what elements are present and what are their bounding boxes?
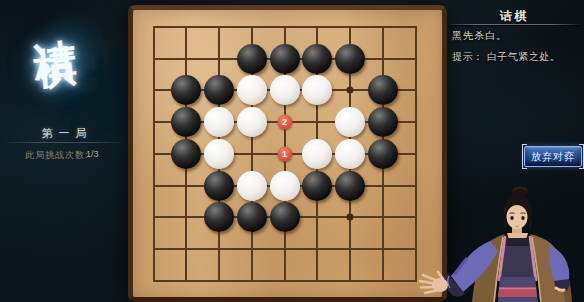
star-point: [347, 214, 354, 221]
stone-black: [171, 107, 201, 137]
left-panel: 诘棋 诘棋 第一局 此局挑战次数: 1/3: [0, 0, 128, 302]
stone-black: [368, 107, 398, 137]
stone-white: [270, 171, 300, 201]
board-intersections[interactable]: 12: [154, 27, 416, 281]
stone-white: [237, 75, 267, 105]
star-point: [347, 87, 354, 94]
stone-black: [368, 75, 398, 105]
give-up-button[interactable]: 放弃对弈: [524, 146, 582, 167]
task-text: 黑先杀白。: [452, 29, 507, 43]
go-board[interactable]: 12: [128, 5, 447, 302]
stone-white: [204, 139, 234, 169]
stone-black: [237, 202, 267, 232]
stone-white: [204, 107, 234, 137]
stone-black: [171, 139, 201, 169]
attempts-value: 1/3: [86, 149, 99, 159]
stone-black: [335, 44, 365, 74]
stone-white: [302, 75, 332, 105]
stone-black: [302, 44, 332, 74]
stone-black: [302, 171, 332, 201]
hint-text: 提示： 白子气紧之处。: [452, 50, 560, 64]
stone-black: [335, 171, 365, 201]
stone-black: [270, 44, 300, 74]
grid-line-horizontal: [153, 280, 417, 282]
stone-black: [171, 75, 201, 105]
stone-black: [270, 202, 300, 232]
stone-white: [237, 171, 267, 201]
stone-white: [270, 75, 300, 105]
stone-black: [204, 75, 234, 105]
title-divider: [450, 24, 578, 25]
stone-black: [368, 139, 398, 169]
game-screen: { "game": "go", "variant": "tsumego-puzz…: [0, 0, 584, 302]
stone-black: [204, 202, 234, 232]
stone-white: [335, 139, 365, 169]
character-portrait: [410, 175, 584, 302]
stone-black: [204, 171, 234, 201]
panel-title: 诘棋: [447, 8, 579, 25]
left-divider: [6, 142, 122, 143]
move-marker-2: 2: [277, 115, 292, 130]
grid-line-horizontal: [153, 248, 417, 250]
attempts-label: 此局挑战次数:: [25, 149, 89, 162]
round-label: 第一局: [0, 126, 128, 141]
move-marker-1: 1: [277, 146, 292, 161]
stone-black: [237, 44, 267, 74]
stone-white: [335, 107, 365, 137]
stone-white: [302, 139, 332, 169]
stone-white: [237, 107, 267, 137]
